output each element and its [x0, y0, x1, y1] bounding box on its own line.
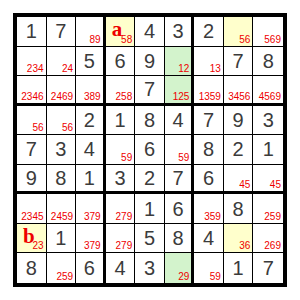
cell-r8c2[interactable]: 1 — [47, 224, 77, 254]
cell-value: 7 — [165, 165, 192, 192]
cell-r6c2[interactable]: 8 — [47, 165, 77, 195]
cell-r1c3[interactable]: 89 — [76, 17, 106, 47]
cell-r6c6[interactable]: 7 — [165, 165, 195, 195]
cell-value: 7 — [47, 17, 76, 46]
cell-value: 3 — [47, 135, 76, 164]
cell-r5c2[interactable]: 3 — [47, 135, 77, 165]
cell-candidates: 58 — [121, 34, 132, 46]
cell-value: 6 — [76, 253, 103, 283]
cell-r7c2[interactable]: 2459 — [47, 194, 77, 224]
cell-r2c1[interactable]: 234 — [17, 47, 47, 77]
cell-candidates: 258 — [116, 91, 133, 103]
cell-r3c7[interactable]: 1359 — [194, 76, 224, 106]
cell-value: 6 — [165, 194, 192, 223]
sudoku-board: 1789a58432565692342456912137823462469389… — [13, 13, 287, 287]
cell-candidates: 2345 — [21, 211, 43, 223]
cell-r1c5[interactable]: 4 — [135, 17, 165, 47]
cell-r9c3[interactable]: 6 — [76, 253, 106, 283]
cell-r3c2[interactable]: 2469 — [47, 76, 77, 106]
cell-value: 8 — [135, 106, 164, 135]
cell-r3c4[interactable]: 258 — [106, 76, 136, 106]
cell-r1c7[interactable]: 2 — [194, 17, 224, 47]
cell-r1c1[interactable]: 1 — [17, 17, 47, 47]
cell-value: 9 — [17, 165, 46, 192]
cell-candidates: 2469 — [51, 91, 73, 103]
cell-r7c8[interactable]: 8 — [224, 194, 254, 224]
cell-r2c2[interactable]: 24 — [47, 47, 77, 77]
cell-r3c1[interactable]: 2346 — [17, 76, 47, 106]
cell-r8c5[interactable]: 5 — [135, 224, 165, 254]
cell-value: 4 — [76, 135, 103, 164]
cell-r8c4[interactable]: 279 — [106, 224, 136, 254]
cell-value: 1 — [76, 165, 103, 192]
cell-r2c7[interactable]: 13 — [194, 47, 224, 77]
cell-candidates: 125 — [173, 91, 190, 103]
cell-r7c6[interactable]: 6 — [165, 194, 195, 224]
cell-candidates: 36 — [239, 240, 250, 252]
cell-r7c9[interactable]: 259 — [253, 194, 283, 224]
cell-r9c9[interactable]: 7 — [253, 253, 283, 283]
cell-value: 8 — [17, 253, 46, 283]
cell-candidates: 13 — [210, 63, 221, 75]
cell-r2c6[interactable]: 12 — [165, 47, 195, 77]
cell-r8c3[interactable]: 379 — [76, 224, 106, 254]
cell-candidates: 23 — [32, 240, 43, 252]
cell-r9c1[interactable]: 8 — [17, 253, 47, 283]
cell-value: 4 — [106, 253, 135, 283]
cell-candidates: 12 — [178, 63, 189, 75]
cell-candidates: 56 — [239, 34, 250, 46]
cell-candidates: 389 — [84, 91, 101, 103]
cell-r8c7[interactable]: 4 — [194, 224, 224, 254]
cell-value: 7 — [17, 135, 46, 164]
cell-value: 8 — [47, 165, 76, 192]
cell-candidates: 279 — [116, 211, 133, 223]
cell-value: 8 — [224, 194, 253, 223]
cell-value: 4 — [135, 17, 164, 46]
cell-value: 3 — [106, 165, 135, 192]
cell-candidates: 234 — [27, 63, 44, 75]
cell-candidates: 56 — [32, 122, 43, 134]
cell-r6c7[interactable]: 6 — [194, 165, 224, 195]
cell-r7c4[interactable]: 279 — [106, 194, 136, 224]
cell-r8c9[interactable]: 269 — [253, 224, 283, 254]
cell-value: 7 — [194, 106, 223, 135]
cell-value: 6 — [194, 165, 223, 192]
cell-r4c3[interactable]: 2 — [76, 106, 106, 136]
cell-value: 4 — [194, 224, 223, 253]
cell-value: 5 — [135, 224, 164, 253]
cell-r1c9[interactable]: 569 — [253, 17, 283, 47]
cell-r5c9[interactable]: 1 — [253, 135, 283, 165]
cell-r9c6[interactable]: 29 — [165, 253, 195, 283]
cell-r4c2[interactable]: 56 — [47, 106, 77, 136]
cell-value: 6 — [106, 47, 135, 76]
cell-r9c8[interactable]: 1 — [224, 253, 254, 283]
cell-r1c4[interactable]: a58 — [106, 17, 136, 47]
cell-candidates: 45 — [270, 179, 281, 191]
cell-r6c8[interactable]: 45 — [224, 165, 254, 195]
cell-value: 1 — [47, 224, 76, 253]
cell-r4c4[interactable]: 1 — [106, 106, 136, 136]
cell-value: 1 — [17, 17, 46, 46]
cell-value: 8 — [194, 135, 223, 164]
cell-r3c8[interactable]: 3456 — [224, 76, 254, 106]
cell-value: 6 — [135, 135, 164, 164]
cell-candidates: 359 — [204, 211, 221, 223]
cell-r3c6[interactable]: 125 — [165, 76, 195, 106]
cell-r6c1[interactable]: 9 — [17, 165, 47, 195]
cell-r5c6[interactable]: 59 — [165, 135, 195, 165]
cell-candidates: 1359 — [199, 91, 221, 103]
cell-r4c6[interactable]: 4 — [165, 106, 195, 136]
cell-r7c1[interactable]: 2345 — [17, 194, 47, 224]
cell-value: 1 — [224, 253, 253, 283]
cell-r9c5[interactable]: 3 — [135, 253, 165, 283]
cell-candidates: 59 — [210, 271, 221, 283]
cell-r7c5[interactable]: 1 — [135, 194, 165, 224]
cell-value: 4 — [165, 106, 192, 135]
cell-value: 1 — [106, 106, 135, 135]
cell-value: 9 — [135, 47, 164, 76]
cell-r5c4[interactable]: 59 — [106, 135, 136, 165]
cell-value: 3 — [135, 253, 164, 283]
cell-value: 5 — [76, 47, 103, 76]
cell-candidates: 59 — [178, 152, 189, 164]
cell-candidates: 259 — [56, 271, 73, 283]
cell-value: 9 — [224, 106, 253, 135]
cell-r4c9[interactable]: 3 — [253, 106, 283, 136]
cell-value: 3 — [253, 106, 283, 135]
cell-candidates: 45 — [239, 179, 250, 191]
cell-candidates: 379 — [84, 240, 101, 252]
cell-candidates: 259 — [264, 211, 281, 223]
cell-r6c9[interactable]: 45 — [253, 165, 283, 195]
cell-r2c5[interactable]: 9 — [135, 47, 165, 77]
cell-r4c7[interactable]: 7 — [194, 106, 224, 136]
cell-candidates: 89 — [90, 34, 101, 46]
cell-value: 8 — [165, 224, 192, 253]
cell-r8c8[interactable]: 36 — [224, 224, 254, 254]
cell-r5c5[interactable]: 6 — [135, 135, 165, 165]
cell-r4c5[interactable]: 8 — [135, 106, 165, 136]
cell-r3c9[interactable]: 4569 — [253, 76, 283, 106]
cell-r4c1[interactable]: 56 — [17, 106, 47, 136]
cell-candidates: 2346 — [21, 91, 43, 103]
cell-value: 2 — [76, 106, 103, 135]
cell-r1c2[interactable]: 7 — [47, 17, 77, 47]
cell-value: 7 — [224, 47, 253, 76]
cell-r4c8[interactable]: 9 — [224, 106, 254, 136]
cell-r1c6[interactable]: 3 — [165, 17, 195, 47]
cell-value: 7 — [135, 76, 164, 103]
cell-candidates: 56 — [62, 122, 73, 134]
cell-value: 3 — [165, 17, 192, 46]
cell-candidates: 29 — [178, 271, 189, 283]
sudoku-page: 1789a58432565692342456912137823462469389… — [0, 0, 300, 300]
cell-candidates: 24 — [62, 63, 73, 75]
cell-r2c9[interactable]: 8 — [253, 47, 283, 77]
cell-r2c4[interactable]: 6 — [106, 47, 136, 77]
cell-r1c8[interactable]: 56 — [224, 17, 254, 47]
cell-r8c1[interactable]: b23 — [17, 224, 47, 254]
cell-r6c4[interactable]: 3 — [106, 165, 136, 195]
cell-r7c7[interactable]: 359 — [194, 194, 224, 224]
cell-r3c5[interactable]: 7 — [135, 76, 165, 106]
cell-value: 1 — [135, 194, 164, 223]
cell-value: 8 — [253, 47, 283, 76]
cell-r9c4[interactable]: 4 — [106, 253, 136, 283]
cell-r5c8[interactable]: 2 — [224, 135, 254, 165]
cell-candidates: 279 — [116, 240, 133, 252]
cell-r2c8[interactable]: 7 — [224, 47, 254, 77]
cell-r7c3[interactable]: 379 — [76, 194, 106, 224]
cell-candidates: 4569 — [259, 91, 281, 103]
cell-r2c3[interactable]: 5 — [76, 47, 106, 77]
cell-value: 1 — [253, 135, 283, 164]
cell-r8c6[interactable]: 8 — [165, 224, 195, 254]
cell-candidates: 3456 — [228, 91, 250, 103]
cell-r5c7[interactable]: 8 — [194, 135, 224, 165]
cell-r6c3[interactable]: 1 — [76, 165, 106, 195]
cell-candidates: 2459 — [51, 211, 73, 223]
cell-candidates: 269 — [264, 240, 281, 252]
cell-value: 7 — [253, 253, 283, 283]
cell-candidates: 379 — [84, 211, 101, 223]
cell-value: 2 — [194, 17, 223, 46]
cell-r9c7[interactable]: 59 — [194, 253, 224, 283]
cell-candidates: 59 — [121, 152, 132, 164]
cell-candidates: 569 — [264, 34, 281, 46]
cell-r6c5[interactable]: 2 — [135, 165, 165, 195]
cell-value: 2 — [224, 135, 253, 164]
cell-value: 2 — [135, 165, 164, 192]
cell-r3c3[interactable]: 389 — [76, 76, 106, 106]
cell-r9c2[interactable]: 259 — [47, 253, 77, 283]
cell-r5c3[interactable]: 4 — [76, 135, 106, 165]
cell-r5c1[interactable]: 7 — [17, 135, 47, 165]
